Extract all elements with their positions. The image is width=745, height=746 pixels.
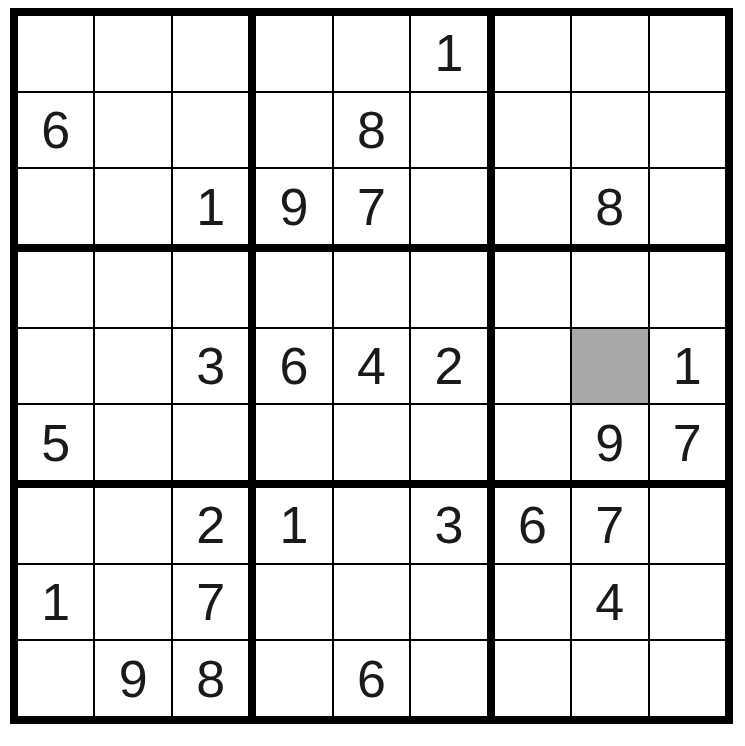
cell-r7c1[interactable] <box>18 488 93 563</box>
box-2-3: 197 <box>495 252 725 480</box>
cell-r8c3[interactable]: 7 <box>173 565 248 640</box>
cell-r9c5[interactable]: 6 <box>334 641 409 716</box>
cell-r8c8[interactable]: 4 <box>572 565 647 640</box>
cell-r1c8[interactable] <box>572 16 647 91</box>
box-3-2: 136 <box>256 488 486 716</box>
cell-r2c4[interactable] <box>256 93 331 168</box>
cell-r4c1[interactable] <box>18 252 93 327</box>
cell-r9c7[interactable] <box>495 641 570 716</box>
cell-r1c9[interactable] <box>650 16 725 91</box>
cell-r7c4[interactable]: 1 <box>256 488 331 563</box>
cell-r5c1[interactable] <box>18 329 93 404</box>
cell-r4c6[interactable] <box>411 252 486 327</box>
cell-r4c3[interactable] <box>173 252 248 327</box>
cell-r7c5[interactable] <box>334 488 409 563</box>
cell-r7c6[interactable]: 3 <box>411 488 486 563</box>
cell-r2c7[interactable] <box>495 93 570 168</box>
cell-r3c1[interactable] <box>18 169 93 244</box>
cell-r4c4[interactable] <box>256 252 331 327</box>
cell-r7c7[interactable]: 6 <box>495 488 570 563</box>
cell-r5c3[interactable]: 3 <box>173 329 248 404</box>
cell-r3c4[interactable]: 9 <box>256 169 331 244</box>
cell-r9c9[interactable] <box>650 641 725 716</box>
cell-r6c7[interactable] <box>495 405 570 480</box>
cell-r6c6[interactable] <box>411 405 486 480</box>
cell-r8c9[interactable] <box>650 565 725 640</box>
sudoku-page: 61189783564219721798136674 <box>0 0 745 746</box>
cell-r4c8[interactable] <box>572 252 647 327</box>
cell-r9c4[interactable] <box>256 641 331 716</box>
cell-r8c1[interactable]: 1 <box>18 565 93 640</box>
cell-r8c7[interactable] <box>495 565 570 640</box>
cell-r6c5[interactable] <box>334 405 409 480</box>
cell-r8c4[interactable] <box>256 565 331 640</box>
cell-r5c4[interactable]: 6 <box>256 329 331 404</box>
cell-r6c4[interactable] <box>256 405 331 480</box>
cell-r5c8[interactable] <box>572 329 647 404</box>
cell-r1c5[interactable] <box>334 16 409 91</box>
cell-r4c9[interactable] <box>650 252 725 327</box>
cell-r1c6[interactable]: 1 <box>411 16 486 91</box>
cell-r7c2[interactable] <box>95 488 170 563</box>
cell-r5c5[interactable]: 4 <box>334 329 409 404</box>
cell-r3c2[interactable] <box>95 169 170 244</box>
cell-r8c2[interactable] <box>95 565 170 640</box>
cell-r1c2[interactable] <box>95 16 170 91</box>
cell-r4c5[interactable] <box>334 252 409 327</box>
cell-r1c3[interactable] <box>173 16 248 91</box>
cell-r7c9[interactable] <box>650 488 725 563</box>
cell-r1c4[interactable] <box>256 16 331 91</box>
cell-r7c3[interactable]: 2 <box>173 488 248 563</box>
cell-r3c9[interactable] <box>650 169 725 244</box>
cell-r2c6[interactable] <box>411 93 486 168</box>
cell-r9c1[interactable] <box>18 641 93 716</box>
cell-r5c9[interactable]: 1 <box>650 329 725 404</box>
cell-r9c3[interactable]: 8 <box>173 641 248 716</box>
cell-r9c2[interactable]: 9 <box>95 641 170 716</box>
cell-r2c9[interactable] <box>650 93 725 168</box>
cell-r5c2[interactable] <box>95 329 170 404</box>
cell-r6c8[interactable]: 9 <box>572 405 647 480</box>
cell-r2c2[interactable] <box>95 93 170 168</box>
box-2-2: 642 <box>256 252 486 480</box>
box-1-2: 1897 <box>256 16 486 244</box>
cell-r4c2[interactable] <box>95 252 170 327</box>
cell-r3c7[interactable] <box>495 169 570 244</box>
box-1-1: 61 <box>18 16 248 244</box>
cell-r6c3[interactable] <box>173 405 248 480</box>
cell-r8c6[interactable] <box>411 565 486 640</box>
cell-r5c6[interactable]: 2 <box>411 329 486 404</box>
cell-r2c3[interactable] <box>173 93 248 168</box>
cell-r5c7[interactable] <box>495 329 570 404</box>
cell-r9c6[interactable] <box>411 641 486 716</box>
box-1-3: 8 <box>495 16 725 244</box>
cell-r3c5[interactable]: 7 <box>334 169 409 244</box>
cell-r6c2[interactable] <box>95 405 170 480</box>
cell-r3c6[interactable] <box>411 169 486 244</box>
box-3-3: 674 <box>495 488 725 716</box>
cell-r8c5[interactable] <box>334 565 409 640</box>
box-2-1: 35 <box>18 252 248 480</box>
cell-r6c9[interactable]: 7 <box>650 405 725 480</box>
cell-r7c8[interactable]: 7 <box>572 488 647 563</box>
cell-r3c8[interactable]: 8 <box>572 169 647 244</box>
cell-r2c8[interactable] <box>572 93 647 168</box>
sudoku-board: 61189783564219721798136674 <box>10 8 733 724</box>
cell-r1c1[interactable] <box>18 16 93 91</box>
cell-r1c7[interactable] <box>495 16 570 91</box>
cell-r3c3[interactable]: 1 <box>173 169 248 244</box>
cell-r4c7[interactable] <box>495 252 570 327</box>
cell-r6c1[interactable]: 5 <box>18 405 93 480</box>
box-3-1: 21798 <box>18 488 248 716</box>
cell-r2c5[interactable]: 8 <box>334 93 409 168</box>
cell-r9c8[interactable] <box>572 641 647 716</box>
cell-r2c1[interactable]: 6 <box>18 93 93 168</box>
